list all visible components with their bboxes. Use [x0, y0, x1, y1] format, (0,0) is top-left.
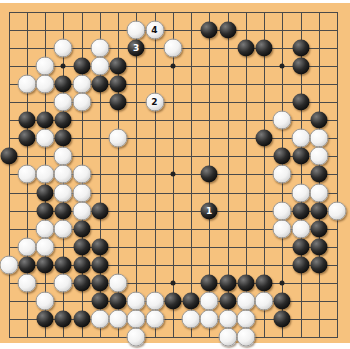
- intersection[interactable]: [54, 238, 72, 256]
- intersection[interactable]: [182, 111, 200, 129]
- intersection[interactable]: [164, 93, 182, 111]
- intersection[interactable]: [146, 57, 164, 75]
- intersection[interactable]: [182, 202, 200, 220]
- intersection[interactable]: [292, 21, 310, 39]
- white-stone[interactable]: [72, 165, 91, 184]
- intersection[interactable]: [310, 274, 328, 292]
- intersection[interactable]: [164, 220, 182, 238]
- black-stone[interactable]: [201, 275, 218, 292]
- intersection[interactable]: [91, 220, 109, 238]
- white-stone[interactable]: [109, 129, 128, 148]
- intersection[interactable]: [255, 165, 273, 183]
- intersection[interactable]: [146, 328, 164, 346]
- white-stone[interactable]: [200, 292, 219, 311]
- intersection[interactable]: [0, 111, 18, 129]
- intersection[interactable]: [219, 165, 237, 183]
- intersection[interactable]: [273, 238, 291, 256]
- intersection[interactable]: [146, 147, 164, 165]
- intersection[interactable]: [182, 147, 200, 165]
- intersection[interactable]: [54, 292, 72, 310]
- intersection[interactable]: [273, 256, 291, 274]
- intersection[interactable]: [109, 184, 127, 202]
- intersection[interactable]: [219, 75, 237, 93]
- intersection[interactable]: [91, 184, 109, 202]
- intersection[interactable]: [200, 147, 218, 165]
- intersection[interactable]: [91, 111, 109, 129]
- intersection[interactable]: [328, 57, 346, 75]
- intersection[interactable]: [0, 184, 18, 202]
- black-stone[interactable]: [73, 220, 90, 237]
- intersection[interactable]: [219, 129, 237, 147]
- black-stone[interactable]: [292, 238, 309, 255]
- intersection[interactable]: [164, 328, 182, 346]
- white-stone[interactable]: [36, 165, 55, 184]
- black-stone[interactable]: [310, 202, 327, 219]
- intersection[interactable]: [182, 129, 200, 147]
- black-stone[interactable]: [201, 21, 218, 38]
- intersection[interactable]: [219, 238, 237, 256]
- intersection[interactable]: [182, 165, 200, 183]
- intersection[interactable]: [164, 3, 182, 21]
- black-stone[interactable]: [219, 21, 236, 38]
- white-stone[interactable]: [328, 201, 347, 220]
- white-stone[interactable]: [72, 201, 91, 220]
- intersection[interactable]: [255, 256, 273, 274]
- black-stone[interactable]: [201, 166, 218, 183]
- black-stone[interactable]: [91, 202, 108, 219]
- intersection[interactable]: [146, 238, 164, 256]
- intersection[interactable]: [237, 256, 255, 274]
- intersection[interactable]: [0, 292, 18, 310]
- black-stone[interactable]: [73, 57, 90, 74]
- white-stone[interactable]: [145, 310, 164, 329]
- intersection[interactable]: [146, 274, 164, 292]
- intersection[interactable]: [200, 75, 218, 93]
- intersection[interactable]: [310, 21, 328, 39]
- intersection[interactable]: [255, 111, 273, 129]
- black-stone[interactable]: [37, 112, 54, 129]
- intersection[interactable]: [164, 57, 182, 75]
- intersection[interactable]: [91, 93, 109, 111]
- intersection[interactable]: [109, 165, 127, 183]
- intersection[interactable]: [127, 3, 145, 21]
- intersection[interactable]: [54, 328, 72, 346]
- intersection[interactable]: [146, 220, 164, 238]
- intersection[interactable]: [0, 202, 18, 220]
- white-stone[interactable]: [127, 20, 146, 39]
- black-stone[interactable]: [37, 256, 54, 273]
- intersection[interactable]: [219, 220, 237, 238]
- intersection[interactable]: [237, 238, 255, 256]
- intersection[interactable]: [164, 165, 182, 183]
- intersection[interactable]: [237, 165, 255, 183]
- white-stone[interactable]: [109, 310, 128, 329]
- white-stone[interactable]: [54, 183, 73, 202]
- black-stone[interactable]: [274, 311, 291, 328]
- intersection[interactable]: [219, 147, 237, 165]
- intersection[interactable]: [255, 3, 273, 21]
- intersection[interactable]: [200, 220, 218, 238]
- white-stone[interactable]: [255, 292, 274, 311]
- white-stone[interactable]: [54, 38, 73, 57]
- intersection[interactable]: [292, 310, 310, 328]
- intersection[interactable]: [328, 256, 346, 274]
- intersection[interactable]: [237, 184, 255, 202]
- intersection[interactable]: [182, 75, 200, 93]
- black-stone[interactable]: [91, 275, 108, 292]
- intersection[interactable]: [18, 292, 36, 310]
- white-stone[interactable]: [291, 183, 310, 202]
- black-stone[interactable]: [18, 112, 35, 129]
- intersection[interactable]: [146, 129, 164, 147]
- black-stone[interactable]: [37, 202, 54, 219]
- intersection[interactable]: [0, 57, 18, 75]
- intersection[interactable]: [255, 21, 273, 39]
- white-stone[interactable]: [72, 183, 91, 202]
- white-stone[interactable]: [291, 129, 310, 148]
- intersection[interactable]: [237, 129, 255, 147]
- intersection[interactable]: [127, 57, 145, 75]
- black-stone[interactable]: [55, 202, 72, 219]
- black-stone[interactable]: [55, 112, 72, 129]
- white-stone[interactable]: [17, 165, 36, 184]
- intersection[interactable]: [36, 3, 54, 21]
- intersection[interactable]: [146, 111, 164, 129]
- white-stone[interactable]: [127, 292, 146, 311]
- intersection[interactable]: [237, 220, 255, 238]
- intersection[interactable]: [292, 75, 310, 93]
- black-stone[interactable]: [183, 293, 200, 310]
- white-stone[interactable]: [236, 328, 255, 347]
- intersection[interactable]: [310, 292, 328, 310]
- intersection[interactable]: [273, 39, 291, 57]
- intersection[interactable]: [18, 93, 36, 111]
- intersection[interactable]: [255, 202, 273, 220]
- intersection[interactable]: [109, 220, 127, 238]
- intersection[interactable]: [292, 274, 310, 292]
- intersection[interactable]: [255, 75, 273, 93]
- intersection[interactable]: [36, 93, 54, 111]
- intersection[interactable]: [292, 165, 310, 183]
- intersection[interactable]: [164, 238, 182, 256]
- white-stone[interactable]: [309, 183, 328, 202]
- intersection[interactable]: [164, 310, 182, 328]
- intersection[interactable]: [200, 57, 218, 75]
- white-stone[interactable]: [127, 328, 146, 347]
- go-board[interactable]: 4321: [0, 3, 350, 343]
- black-stone[interactable]: [310, 166, 327, 183]
- black-stone[interactable]: [91, 256, 108, 273]
- intersection[interactable]: [310, 39, 328, 57]
- intersection[interactable]: [219, 184, 237, 202]
- intersection[interactable]: [36, 147, 54, 165]
- intersection[interactable]: [18, 21, 36, 39]
- intersection[interactable]: [200, 184, 218, 202]
- intersection[interactable]: [182, 184, 200, 202]
- white-stone[interactable]: [54, 147, 73, 166]
- black-stone[interactable]: [292, 202, 309, 219]
- intersection[interactable]: [200, 39, 218, 57]
- black-stone[interactable]: [55, 256, 72, 273]
- white-stone[interactable]: [17, 74, 36, 93]
- black-stone[interactable]: [110, 94, 127, 111]
- white-stone[interactable]: [273, 165, 292, 184]
- intersection[interactable]: [127, 129, 145, 147]
- intersection[interactable]: [237, 111, 255, 129]
- intersection[interactable]: [146, 184, 164, 202]
- black-stone[interactable]: [164, 293, 181, 310]
- intersection[interactable]: [127, 147, 145, 165]
- black-stone[interactable]: [256, 39, 273, 56]
- black-stone[interactable]: [18, 256, 35, 273]
- intersection[interactable]: [0, 129, 18, 147]
- intersection[interactable]: [200, 3, 218, 21]
- white-stone[interactable]: [273, 219, 292, 238]
- intersection[interactable]: [73, 3, 91, 21]
- intersection[interactable]: [0, 93, 18, 111]
- intersection[interactable]: [146, 165, 164, 183]
- white-stone[interactable]: [218, 310, 237, 329]
- black-stone[interactable]: [310, 238, 327, 255]
- intersection[interactable]: [91, 165, 109, 183]
- black-stone[interactable]: [37, 184, 54, 201]
- intersection[interactable]: [292, 111, 310, 129]
- intersection[interactable]: [91, 328, 109, 346]
- intersection[interactable]: [328, 328, 346, 346]
- white-stone[interactable]: [36, 219, 55, 238]
- intersection[interactable]: [0, 238, 18, 256]
- intersection[interactable]: [127, 111, 145, 129]
- intersection[interactable]: [91, 147, 109, 165]
- white-stone[interactable]: [36, 56, 55, 75]
- intersection[interactable]: [36, 39, 54, 57]
- black-stone[interactable]: [292, 148, 309, 165]
- black-stone[interactable]: [91, 293, 108, 310]
- intersection[interactable]: [273, 93, 291, 111]
- intersection[interactable]: [237, 21, 255, 39]
- intersection[interactable]: [73, 292, 91, 310]
- white-stone[interactable]: [72, 93, 91, 112]
- black-stone[interactable]: [73, 311, 90, 328]
- white-stone[interactable]: [273, 201, 292, 220]
- intersection[interactable]: [219, 93, 237, 111]
- intersection[interactable]: [328, 274, 346, 292]
- white-stone[interactable]: [163, 38, 182, 57]
- white-stone[interactable]: [145, 292, 164, 311]
- intersection[interactable]: [0, 310, 18, 328]
- intersection[interactable]: [310, 75, 328, 93]
- intersection[interactable]: [73, 39, 91, 57]
- intersection[interactable]: [109, 328, 127, 346]
- black-stone[interactable]: [274, 148, 291, 165]
- white-stone[interactable]: [90, 38, 109, 57]
- white-stone[interactable]: [90, 310, 109, 329]
- black-stone[interactable]: [0, 148, 17, 165]
- white-stone[interactable]: [109, 274, 128, 293]
- intersection[interactable]: [219, 111, 237, 129]
- intersection[interactable]: [0, 165, 18, 183]
- black-stone[interactable]: [237, 39, 254, 56]
- intersection[interactable]: [54, 3, 72, 21]
- intersection[interactable]: [109, 111, 127, 129]
- intersection[interactable]: [0, 39, 18, 57]
- intersection[interactable]: [328, 220, 346, 238]
- intersection[interactable]: [328, 238, 346, 256]
- intersection[interactable]: [18, 147, 36, 165]
- white-stone[interactable]: 4: [145, 20, 164, 39]
- intersection[interactable]: [328, 184, 346, 202]
- intersection[interactable]: [18, 328, 36, 346]
- intersection[interactable]: [237, 75, 255, 93]
- intersection[interactable]: [127, 274, 145, 292]
- white-stone[interactable]: [182, 310, 201, 329]
- intersection[interactable]: [237, 93, 255, 111]
- intersection[interactable]: [310, 57, 328, 75]
- white-stone[interactable]: [54, 93, 73, 112]
- intersection[interactable]: [292, 328, 310, 346]
- intersection[interactable]: [164, 75, 182, 93]
- intersection[interactable]: [255, 310, 273, 328]
- intersection[interactable]: [273, 184, 291, 202]
- intersection[interactable]: [273, 57, 291, 75]
- intersection[interactable]: [73, 328, 91, 346]
- intersection[interactable]: [200, 129, 218, 147]
- intersection[interactable]: [292, 3, 310, 21]
- black-stone[interactable]: [310, 256, 327, 273]
- intersection[interactable]: [273, 21, 291, 39]
- intersection[interactable]: [109, 202, 127, 220]
- intersection[interactable]: [328, 39, 346, 57]
- black-stone[interactable]: [55, 75, 72, 92]
- black-stone[interactable]: 3: [128, 39, 145, 56]
- intersection[interactable]: [73, 147, 91, 165]
- white-stone[interactable]: [291, 219, 310, 238]
- black-stone[interactable]: [18, 130, 35, 147]
- intersection[interactable]: [200, 256, 218, 274]
- white-stone[interactable]: [36, 292, 55, 311]
- intersection[interactable]: [109, 21, 127, 39]
- intersection[interactable]: [328, 310, 346, 328]
- intersection[interactable]: [54, 57, 72, 75]
- intersection[interactable]: [109, 39, 127, 57]
- black-stone[interactable]: [219, 293, 236, 310]
- intersection[interactable]: [273, 274, 291, 292]
- intersection[interactable]: [109, 238, 127, 256]
- intersection[interactable]: [182, 21, 200, 39]
- intersection[interactable]: [328, 292, 346, 310]
- intersection[interactable]: [255, 93, 273, 111]
- intersection[interactable]: [237, 202, 255, 220]
- intersection[interactable]: [91, 21, 109, 39]
- intersection[interactable]: [36, 328, 54, 346]
- intersection[interactable]: [182, 328, 200, 346]
- intersection[interactable]: [310, 310, 328, 328]
- black-stone[interactable]: [91, 75, 108, 92]
- white-stone[interactable]: [90, 56, 109, 75]
- intersection[interactable]: [164, 129, 182, 147]
- intersection[interactable]: [164, 184, 182, 202]
- intersection[interactable]: [0, 75, 18, 93]
- intersection[interactable]: [255, 238, 273, 256]
- intersection[interactable]: [328, 147, 346, 165]
- white-stone[interactable]: [127, 310, 146, 329]
- intersection[interactable]: [0, 220, 18, 238]
- intersection[interactable]: [146, 256, 164, 274]
- intersection[interactable]: [182, 93, 200, 111]
- black-stone[interactable]: [256, 130, 273, 147]
- intersection[interactable]: [18, 202, 36, 220]
- intersection[interactable]: [127, 220, 145, 238]
- intersection[interactable]: [219, 202, 237, 220]
- intersection[interactable]: [146, 3, 164, 21]
- intersection[interactable]: [36, 274, 54, 292]
- intersection[interactable]: [200, 238, 218, 256]
- white-stone[interactable]: 2: [145, 93, 164, 112]
- black-stone[interactable]: [73, 238, 90, 255]
- intersection[interactable]: [255, 220, 273, 238]
- intersection[interactable]: [164, 202, 182, 220]
- white-stone[interactable]: [309, 147, 328, 166]
- black-stone[interactable]: [292, 39, 309, 56]
- white-stone[interactable]: [236, 292, 255, 311]
- intersection[interactable]: [127, 256, 145, 274]
- white-stone[interactable]: [54, 274, 73, 293]
- black-stone[interactable]: [55, 130, 72, 147]
- intersection[interactable]: [255, 147, 273, 165]
- intersection[interactable]: [0, 21, 18, 39]
- intersection[interactable]: [127, 93, 145, 111]
- intersection[interactable]: [127, 165, 145, 183]
- intersection[interactable]: [18, 220, 36, 238]
- intersection[interactable]: [109, 3, 127, 21]
- intersection[interactable]: [18, 39, 36, 57]
- intersection[interactable]: [273, 75, 291, 93]
- intersection[interactable]: [182, 238, 200, 256]
- intersection[interactable]: [310, 93, 328, 111]
- intersection[interactable]: [164, 21, 182, 39]
- intersection[interactable]: [109, 256, 127, 274]
- intersection[interactable]: [310, 3, 328, 21]
- white-stone[interactable]: [54, 165, 73, 184]
- black-stone[interactable]: [110, 57, 127, 74]
- intersection[interactable]: [146, 39, 164, 57]
- intersection[interactable]: [0, 328, 18, 346]
- intersection[interactable]: [127, 75, 145, 93]
- white-stone[interactable]: [218, 328, 237, 347]
- intersection[interactable]: [182, 274, 200, 292]
- intersection[interactable]: [328, 111, 346, 129]
- intersection[interactable]: [328, 93, 346, 111]
- intersection[interactable]: [273, 328, 291, 346]
- intersection[interactable]: [273, 129, 291, 147]
- intersection[interactable]: [219, 57, 237, 75]
- black-stone[interactable]: [73, 256, 90, 273]
- intersection[interactable]: [109, 147, 127, 165]
- intersection[interactable]: [146, 202, 164, 220]
- intersection[interactable]: [18, 57, 36, 75]
- intersection[interactable]: [200, 93, 218, 111]
- intersection[interactable]: [328, 21, 346, 39]
- white-stone[interactable]: [36, 237, 55, 256]
- intersection[interactable]: [36, 21, 54, 39]
- black-stone[interactable]: [91, 238, 108, 255]
- intersection[interactable]: [18, 3, 36, 21]
- white-stone[interactable]: [236, 310, 255, 329]
- intersection[interactable]: [164, 111, 182, 129]
- black-stone[interactable]: [292, 57, 309, 74]
- intersection[interactable]: [18, 184, 36, 202]
- intersection[interactable]: [127, 202, 145, 220]
